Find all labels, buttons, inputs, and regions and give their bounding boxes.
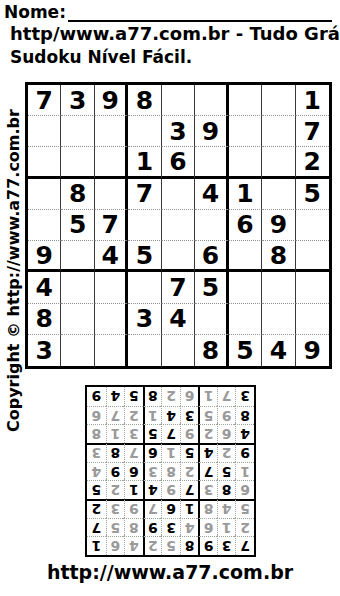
puzzle-cell-r4c9: 5 [296,179,329,210]
solution-cell-r7c7: 3 [124,424,143,443]
puzzle-cell-r3c9: 2 [296,147,329,178]
solution-cell-r7c3: 2 [198,424,217,443]
puzzle-cell-r9c2[interactable] [61,335,94,366]
puzzle-cell-r7c8[interactable] [262,272,295,303]
solution-cell-r8c1: 8 [235,406,254,425]
puzzle-cell-r3c1[interactable] [28,147,61,178]
puzzle-cell-r6c4: 5 [128,241,161,272]
solution-cell-r5c9: 4 [87,462,106,481]
puzzle-cell-r5c7: 6 [229,210,262,241]
solution-cell-r8c7: 2 [124,406,143,425]
puzzle-cell-r2c2[interactable] [61,116,94,147]
solution-cell-r1c8: 6 [106,536,125,555]
puzzle-cell-r8c8[interactable] [262,304,295,335]
solution-cell-r4c8: 2 [106,480,125,499]
solution-cell-r8c5: 4 [161,406,180,425]
solution-cell-r2c3: 6 [198,518,217,537]
puzzle-cell-r2c6: 9 [195,116,228,147]
name-label: Nome: [4,2,66,22]
puzzle-cell-r8c4: 3 [128,304,161,335]
puzzle-cell-r8c7[interactable] [229,304,262,335]
puzzle-cell-r9c8: 4 [262,335,295,366]
solution-cell-r3c7: 9 [124,499,143,518]
puzzle-cell-r2c9: 7 [296,116,329,147]
puzzle-cell-r7c1: 4 [28,272,61,303]
puzzle-cell-r9c3[interactable] [95,335,128,366]
puzzle-cell-r7c5: 7 [162,272,195,303]
puzzle-cell-r6c2[interactable] [61,241,94,272]
footer-url: http://www.a77.com.br [0,561,340,583]
solution-cell-r3c2: 4 [217,499,236,518]
solution-cell-r7c1: 4 [235,424,254,443]
sudoku-solution-grid-rotated-180: 7398524612164398575481679326837941251572… [85,385,256,557]
solution-cell-r4c6: 4 [143,480,162,499]
solution-cell-r1c5: 5 [161,536,180,555]
puzzle-cell-r2c5: 3 [162,116,195,147]
puzzle-cell-r1c7[interactable] [229,85,262,116]
solution-cell-r8c9: 6 [87,406,106,425]
puzzle-cell-r6c7[interactable] [229,241,262,272]
solution-cell-r9c8: 4 [106,387,125,406]
puzzle-cell-r5c6[interactable] [195,210,228,241]
solution-cell-r4c5: 9 [161,480,180,499]
sudoku-worksheet-page: Nome: http/www.a77.com.br - Tudo Grátis.… [0,0,340,596]
puzzle-cell-r5c3: 7 [95,210,128,241]
puzzle-cell-r4c7: 1 [229,179,262,210]
puzzle-cell-r2c7[interactable] [229,116,262,147]
solution-cell-r5c5: 8 [161,462,180,481]
solution-cell-r5c4: 2 [180,462,199,481]
solution-cell-r2c4: 4 [180,518,199,537]
puzzle-cell-r1c4: 8 [128,85,161,116]
puzzle-cell-r6c5[interactable] [162,241,195,272]
solution-cell-r7c6: 5 [143,424,162,443]
puzzle-cell-r8c6[interactable] [195,304,228,335]
puzzle-cell-r3c3[interactable] [95,147,128,178]
solution-cell-r7c5: 7 [161,424,180,443]
puzzle-cell-r3c4: 1 [128,147,161,178]
solution-cell-r1c7: 4 [124,536,143,555]
puzzle-cell-r9c9: 9 [296,335,329,366]
puzzle-cell-r7c3[interactable] [95,272,128,303]
puzzle-cell-r7c4[interactable] [128,272,161,303]
solution-cell-r2c1: 2 [235,518,254,537]
solution-cell-r5c7: 6 [124,462,143,481]
puzzle-cell-r6c3: 4 [95,241,128,272]
puzzle-cell-r2c3[interactable] [95,116,128,147]
solution-cell-r4c2: 8 [217,480,236,499]
solution-cell-r6c9: 3 [87,443,106,462]
puzzle-cell-r6c8: 8 [262,241,295,272]
puzzle-cell-r2c8[interactable] [262,116,295,147]
puzzle-cell-r9c6: 8 [195,335,228,366]
solution-cell-r5c3: 7 [198,462,217,481]
solution-cell-r6c7: 7 [124,443,143,462]
solution-cell-r4c7: 1 [124,480,143,499]
solution-cell-r7c4: 9 [180,424,199,443]
solution-cell-r5c2: 5 [217,462,236,481]
solution-cell-r6c3: 4 [198,443,217,462]
solution-cell-r2c9: 7 [87,518,106,537]
puzzle-cell-r1c8[interactable] [262,85,295,116]
puzzle-cell-r1c3: 9 [95,85,128,116]
puzzle-cell-r5c5[interactable] [162,210,195,241]
puzzle-cell-r7c7[interactable] [229,272,262,303]
puzzle-cell-r1c2: 3 [61,85,94,116]
solution-cell-r9c7: 5 [124,387,143,406]
puzzle-cell-r9c4[interactable] [128,335,161,366]
puzzle-cell-r3c7[interactable] [229,147,262,178]
solution-cell-r6c2: 2 [217,443,236,462]
solution-cell-r8c8: 7 [106,406,125,425]
solution-cell-r9c6: 8 [143,387,162,406]
puzzle-cell-r9c7: 5 [229,335,262,366]
puzzle-cell-r3c8[interactable] [262,147,295,178]
solution-cell-r9c9: 9 [87,387,106,406]
puzzle-cell-r3c2[interactable] [61,147,94,178]
puzzle-cell-r4c5[interactable] [162,179,195,210]
solution-cell-r9c3: 1 [198,387,217,406]
puzzle-cell-r4c8[interactable] [262,179,295,210]
puzzle-cell-r9c5[interactable] [162,335,195,366]
solution-cell-r1c1: 7 [235,536,254,555]
solution-cell-r6c5: 1 [161,443,180,462]
puzzle-cell-r4c3[interactable] [95,179,128,210]
solution-cell-r4c1: 6 [235,480,254,499]
puzzle-cell-r5c8: 9 [262,210,295,241]
solution-cell-r5c8: 9 [106,462,125,481]
solution-cell-r9c5: 2 [161,387,180,406]
solution-cell-r8c2: 9 [217,406,236,425]
solution-cell-r2c7: 8 [124,518,143,537]
solution-cell-r1c4: 8 [180,536,199,555]
puzzle-cell-r3c5: 6 [162,147,195,178]
puzzle-cell-r6c6: 6 [195,241,228,272]
solution-cell-r8c6: 1 [143,406,162,425]
solution-cell-r3c3: 8 [198,499,217,518]
solution-cell-r1c6: 2 [143,536,162,555]
solution-cell-r6c4: 5 [180,443,199,462]
puzzle-cell-r5c2: 5 [61,210,94,241]
puzzle-cell-r6c1: 9 [28,241,61,272]
solution-cell-r1c9: 1 [87,536,106,555]
solution-cell-r8c4: 3 [180,406,199,425]
level-title: Sudoku Nível Fácil. [10,47,192,67]
puzzle-cell-r2c4[interactable] [128,116,161,147]
solution-cell-r3c4: 1 [180,499,199,518]
solution-cell-r9c4: 6 [180,387,199,406]
puzzle-cell-r7c6: 5 [195,272,228,303]
solution-cell-r7c9: 8 [87,424,106,443]
sudoku-puzzle-grid: 739813971628741557699456847583438549 [25,82,332,369]
puzzle-cell-r4c4: 7 [128,179,161,210]
solution-cell-r5c1: 1 [235,462,254,481]
solution-cell-r2c5: 3 [161,518,180,537]
solution-cell-r3c8: 3 [106,499,125,518]
puzzle-cell-r1c5[interactable] [162,85,195,116]
puzzle-cell-r8c3[interactable] [95,304,128,335]
puzzle-cell-r7c2[interactable] [61,272,94,303]
site-title: http/www.a77.com.br - Tudo Grátis. [10,23,340,44]
solution-cell-r1c3: 9 [198,536,217,555]
solution-cell-r3c1: 5 [235,499,254,518]
puzzle-cell-r1c9: 1 [296,85,329,116]
solution-cell-r9c2: 7 [217,387,236,406]
puzzle-cell-r2c1[interactable] [28,116,61,147]
solution-cell-r2c6: 9 [143,518,162,537]
solution-cell-r6c8: 8 [106,443,125,462]
solution-cell-r4c9: 5 [87,480,106,499]
puzzle-cell-r7c9[interactable] [296,272,329,303]
puzzle-cell-r4c1[interactable] [28,179,61,210]
solution-cell-r2c8: 5 [106,518,125,537]
solution-cell-r4c4: 7 [180,480,199,499]
solution-cell-r9c1: 3 [235,387,254,406]
puzzle-cell-r1c6[interactable] [195,85,228,116]
puzzle-cell-r8c1: 8 [28,304,61,335]
puzzle-cell-r4c6: 4 [195,179,228,210]
name-blank-line [68,5,332,22]
puzzle-cell-r3c6[interactable] [195,147,228,178]
puzzle-cell-r8c2[interactable] [61,304,94,335]
puzzle-cell-r5c9[interactable] [296,210,329,241]
puzzle-cell-r6c9[interactable] [296,241,329,272]
puzzle-cell-r5c4[interactable] [128,210,161,241]
solution-cell-r1c2: 3 [217,536,236,555]
solution-cell-r5c6: 3 [143,462,162,481]
puzzle-cell-r9c1: 3 [28,335,61,366]
solution-cell-r7c2: 6 [217,424,236,443]
name-row: Nome: [4,2,332,22]
solution-cell-r3c9: 2 [87,499,106,518]
solution-cell-r6c1: 9 [235,443,254,462]
solution-cell-r3c5: 6 [161,499,180,518]
solution-cell-r2c2: 1 [217,518,236,537]
puzzle-cell-r4c2: 8 [61,179,94,210]
solution-cell-r8c3: 5 [198,406,217,425]
puzzle-cell-r5c1[interactable] [28,210,61,241]
puzzle-cell-r1c1: 7 [28,85,61,116]
copyright-vertical-text: Copyright © http://www.a77.com.br [4,109,23,432]
solution-cell-r3c6: 7 [143,499,162,518]
puzzle-cell-r8c9[interactable] [296,304,329,335]
solution-cell-r4c3: 3 [198,480,217,499]
solution-cell-r7c8: 1 [106,424,125,443]
solution-cell-r6c6: 6 [143,443,162,462]
puzzle-cell-r8c5: 4 [162,304,195,335]
